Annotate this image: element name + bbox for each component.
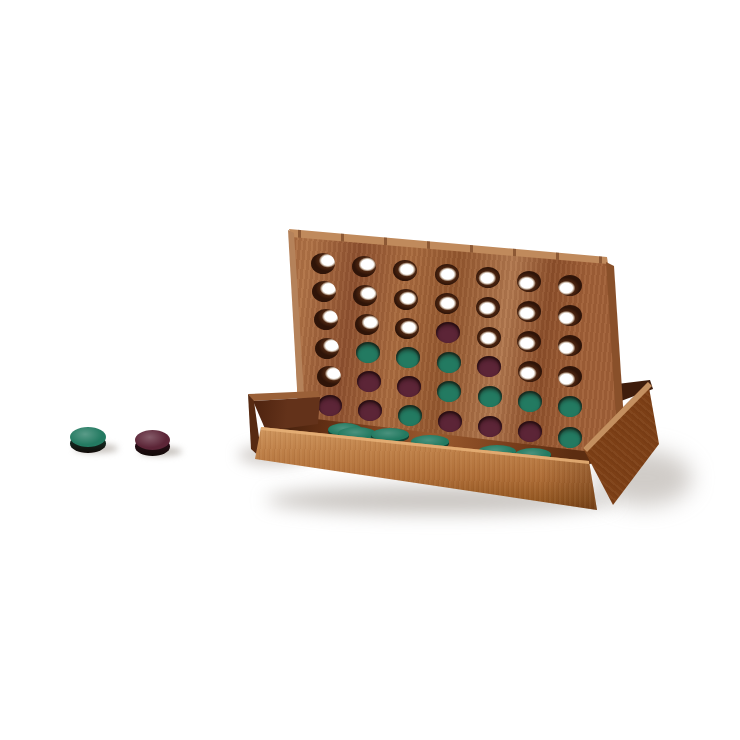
cell-r6c1 xyxy=(318,395,342,416)
product-photo-connect-four xyxy=(0,0,740,740)
cell-r6c7 xyxy=(558,427,582,448)
cell-r3c1 xyxy=(314,309,338,330)
cell-r4c3 xyxy=(396,347,420,368)
cell-r5c5 xyxy=(478,386,502,407)
cell-r2c3 xyxy=(394,289,418,310)
cell-r4c2 xyxy=(356,342,380,363)
cell-r6c2 xyxy=(358,400,382,421)
cell-r1c7 xyxy=(558,275,582,296)
cell-r1c1 xyxy=(311,253,335,274)
cell-r6c5 xyxy=(478,416,502,437)
loose-disc-green xyxy=(70,427,106,454)
cell-r2c5 xyxy=(476,297,500,318)
loose-disc-face xyxy=(70,427,106,447)
loose-disc-maroon xyxy=(135,430,170,457)
cell-r2c7 xyxy=(558,305,582,326)
cell-r5c1 xyxy=(317,366,341,387)
cell-r4c4 xyxy=(437,352,461,373)
cell-r2c2 xyxy=(353,285,377,306)
cell-r1c4 xyxy=(435,264,459,285)
cell-r1c6 xyxy=(517,271,541,292)
cell-r4c6 xyxy=(518,361,542,382)
cell-r4c7 xyxy=(558,366,582,387)
cell-r2c4 xyxy=(435,293,459,314)
cell-r6c4 xyxy=(438,411,462,432)
board-panel xyxy=(0,0,740,740)
cell-r3c2 xyxy=(355,314,379,335)
loose-disc-face xyxy=(135,430,170,450)
cell-r3c5 xyxy=(477,327,501,348)
cell-r5c7 xyxy=(558,396,582,417)
cell-r5c6 xyxy=(518,391,542,412)
cell-r1c5 xyxy=(476,267,500,288)
cell-r2c6 xyxy=(517,301,541,322)
cell-r1c3 xyxy=(393,260,417,281)
cell-r4c1 xyxy=(315,338,339,359)
cell-r5c2 xyxy=(357,371,381,392)
